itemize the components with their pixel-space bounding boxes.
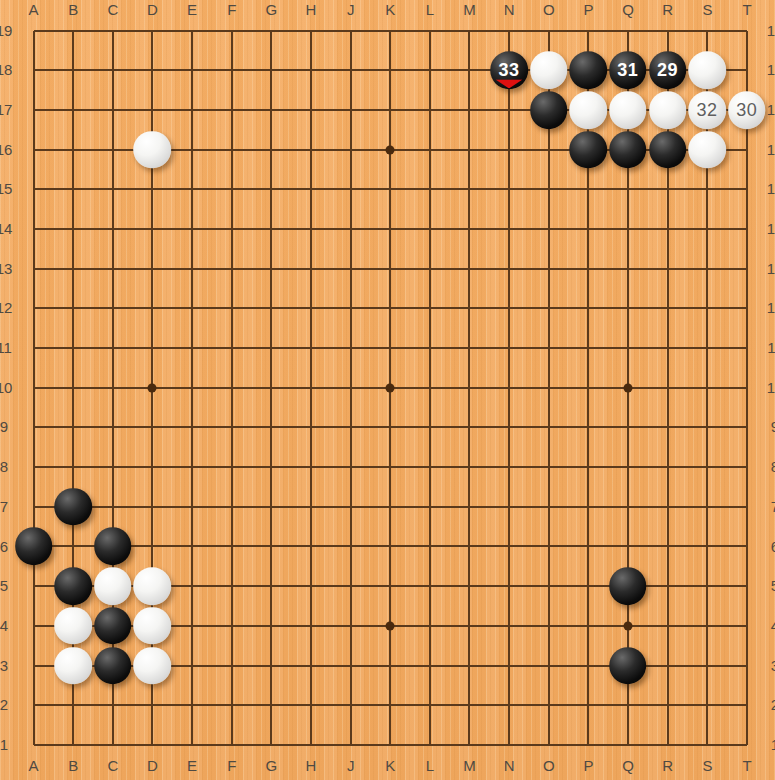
board-intersection-J17[interactable]: [331, 90, 371, 130]
board-intersection-C16[interactable]: [93, 130, 133, 170]
board-intersection-P11[interactable]: [568, 328, 608, 368]
board-intersection-F18[interactable]: [212, 50, 252, 90]
board-intersection-M8[interactable]: [450, 447, 490, 487]
board-intersection-E5[interactable]: [172, 566, 212, 606]
board-intersection-K18[interactable]: [370, 50, 410, 90]
board-intersection-K15[interactable]: [370, 169, 410, 209]
board-intersection-N6[interactable]: [489, 527, 529, 567]
board-intersection-B12[interactable]: [53, 289, 93, 329]
board-intersection-C7[interactable]: [93, 487, 133, 527]
board-intersection-Q13[interactable]: [608, 249, 648, 289]
board-intersection-P8[interactable]: [568, 447, 608, 487]
board-intersection-L12[interactable]: [410, 289, 450, 329]
board-intersection-K4[interactable]: [370, 606, 410, 646]
board-intersection-M18[interactable]: [450, 50, 490, 90]
board-intersection-P12[interactable]: [568, 289, 608, 329]
board-intersection-N13[interactable]: [489, 249, 529, 289]
board-intersection-C5[interactable]: [93, 566, 133, 606]
board-intersection-R6[interactable]: [648, 527, 688, 567]
board-intersection-L4[interactable]: [410, 606, 450, 646]
board-intersection-N12[interactable]: [489, 289, 529, 329]
board-intersection-D17[interactable]: [133, 90, 173, 130]
board-intersection-L13[interactable]: [410, 249, 450, 289]
board-intersection-G8[interactable]: [251, 447, 291, 487]
board-intersection-P16[interactable]: [568, 130, 608, 170]
grid-line-vertical: [231, 130, 233, 170]
board-intersection-R2[interactable]: [648, 685, 688, 725]
board-intersection-M16[interactable]: [450, 130, 490, 170]
board-intersection-L9[interactable]: [410, 408, 450, 448]
board-intersection-C8[interactable]: [93, 447, 133, 487]
board-intersection-L14[interactable]: [410, 209, 450, 249]
board-intersection-S13[interactable]: [687, 249, 727, 289]
board-intersection-A6[interactable]: [14, 527, 54, 567]
board-intersection-D15[interactable]: [133, 169, 173, 209]
board-intersection-D16[interactable]: [133, 130, 173, 170]
board-intersection-E15[interactable]: [172, 169, 212, 209]
board-intersection-E7[interactable]: [172, 487, 212, 527]
board-intersection-R12[interactable]: [648, 289, 688, 329]
board-intersection-M6[interactable]: [450, 527, 490, 567]
board-intersection-R14[interactable]: [648, 209, 688, 249]
board-intersection-G16[interactable]: [251, 130, 291, 170]
board-intersection-L2[interactable]: [410, 685, 450, 725]
board-intersection-D10[interactable]: [133, 368, 173, 408]
board-intersection-C13[interactable]: [93, 249, 133, 289]
grid-line-vertical: [231, 90, 233, 130]
board-intersection-L17[interactable]: [410, 90, 450, 130]
board-intersection-K6[interactable]: [370, 527, 410, 567]
board-intersection-B16[interactable]: [53, 130, 93, 170]
board-intersection-Q18[interactable]: 31: [608, 50, 648, 90]
board-intersection-B2[interactable]: [53, 685, 93, 725]
board-intersection-B10[interactable]: [53, 368, 93, 408]
board-intersection-B17[interactable]: [53, 90, 93, 130]
board-intersection-O5[interactable]: [529, 566, 569, 606]
board-intersection-S10[interactable]: [687, 368, 727, 408]
board-intersection-L10[interactable]: [410, 368, 450, 408]
board-intersection-F7[interactable]: [212, 487, 252, 527]
board-intersection-L18[interactable]: [410, 50, 450, 90]
board-intersection-J3[interactable]: [331, 646, 371, 686]
board-intersection-E12[interactable]: [172, 289, 212, 329]
board-intersection-H10[interactable]: [291, 368, 331, 408]
board-intersection-O13[interactable]: [529, 249, 569, 289]
board-intersection-S18[interactable]: [687, 50, 727, 90]
board-intersection-H9[interactable]: [291, 408, 331, 448]
board-intersection-O15[interactable]: [529, 169, 569, 209]
board-intersection-K3[interactable]: [370, 646, 410, 686]
board-intersection-F14[interactable]: [212, 209, 252, 249]
board-intersection-S4[interactable]: [687, 606, 727, 646]
board-intersection-B5[interactable]: [53, 566, 93, 606]
board-intersection-B15[interactable]: [53, 169, 93, 209]
board-intersection-E9[interactable]: [172, 408, 212, 448]
board-intersection-J16[interactable]: [331, 130, 371, 170]
board-intersection-H17[interactable]: [291, 90, 331, 130]
board-intersection-S16[interactable]: [687, 130, 727, 170]
board-intersection-F8[interactable]: [212, 447, 252, 487]
board-intersection-O3[interactable]: [529, 646, 569, 686]
board-intersection-O16[interactable]: [529, 130, 569, 170]
board-intersection-Q10[interactable]: [608, 368, 648, 408]
board-intersection-O14[interactable]: [529, 209, 569, 249]
board-intersection-M5[interactable]: [450, 566, 490, 606]
board-intersection-C6[interactable]: [93, 527, 133, 567]
board-intersection-B7[interactable]: [53, 487, 93, 527]
board-intersection-F13[interactable]: [212, 249, 252, 289]
board-intersection-F12[interactable]: [212, 289, 252, 329]
board-intersection-H13[interactable]: [291, 249, 331, 289]
board-intersection-P5[interactable]: [568, 566, 608, 606]
board-intersection-R7[interactable]: [648, 487, 688, 527]
board-intersection-L16[interactable]: [410, 130, 450, 170]
board-intersection-E16[interactable]: [172, 130, 212, 170]
board-intersection-D9[interactable]: [133, 408, 173, 448]
board-intersection-F9[interactable]: [212, 408, 252, 448]
board-intersection-O7[interactable]: [529, 487, 569, 527]
board-intersection-D11[interactable]: [133, 328, 173, 368]
board-intersection-H3[interactable]: [291, 646, 331, 686]
board-intersection-P7[interactable]: [568, 487, 608, 527]
board-intersection-R16[interactable]: [648, 130, 688, 170]
board-intersection-G12[interactable]: [251, 289, 291, 329]
board-intersection-D3[interactable]: [133, 646, 173, 686]
board-intersection-G9[interactable]: [251, 408, 291, 448]
board-intersection-S5[interactable]: [687, 566, 727, 606]
board-intersection-B13[interactable]: [53, 249, 93, 289]
board-intersection-S8[interactable]: [687, 447, 727, 487]
board-intersection-O11[interactable]: [529, 328, 569, 368]
board-intersection-H11[interactable]: [291, 328, 331, 368]
board-intersection-D13[interactable]: [133, 249, 173, 289]
board-intersection-N11[interactable]: [489, 328, 529, 368]
board-intersection-N7[interactable]: [489, 487, 529, 527]
board-intersection-N16[interactable]: [489, 130, 529, 170]
board-intersection-P13[interactable]: [568, 249, 608, 289]
board-intersection-D2[interactable]: [133, 685, 173, 725]
board-intersection-Q14[interactable]: [608, 209, 648, 249]
board-intersection-P17[interactable]: [568, 90, 608, 130]
board-intersection-Q7[interactable]: [608, 487, 648, 527]
board-intersection-Q17[interactable]: [608, 90, 648, 130]
board-intersection-K10[interactable]: [370, 368, 410, 408]
board-intersection-H12[interactable]: [291, 289, 331, 329]
board-intersection-F17[interactable]: [212, 90, 252, 130]
board-intersection-P10[interactable]: [568, 368, 608, 408]
board-intersection-L8[interactable]: [410, 447, 450, 487]
board-intersection-S9[interactable]: [687, 408, 727, 448]
grid-line-horizontal: [34, 665, 54, 667]
grid-line-vertical: [548, 31, 550, 51]
board-intersection-Q11[interactable]: [608, 328, 648, 368]
board-intersection-M12[interactable]: [450, 289, 490, 329]
board-intersection-L3[interactable]: [410, 646, 450, 686]
board-intersection-L5[interactable]: [410, 566, 450, 606]
board-intersection-H14[interactable]: [291, 209, 331, 249]
board-intersection-H4[interactable]: [291, 606, 331, 646]
board-intersection-D12[interactable]: [133, 289, 173, 329]
board-intersection-P6[interactable]: [568, 527, 608, 567]
grid-line-vertical: [746, 527, 748, 567]
board-intersection-N9[interactable]: [489, 408, 529, 448]
board-intersection-L15[interactable]: [410, 169, 450, 209]
board-intersection-E6[interactable]: [172, 527, 212, 567]
board-intersection-S14[interactable]: [687, 209, 727, 249]
board-intersection-K9[interactable]: [370, 408, 410, 448]
board-intersection-E14[interactable]: [172, 209, 212, 249]
board-intersection-J7[interactable]: [331, 487, 371, 527]
board-intersection-E2[interactable]: [172, 685, 212, 725]
board-intersection-F4[interactable]: [212, 606, 252, 646]
coordinate-right-7: 7: [755, 497, 775, 517]
board-intersection-P9[interactable]: [568, 408, 608, 448]
board-intersection-D14[interactable]: [133, 209, 173, 249]
board-intersection-F6[interactable]: [212, 527, 252, 567]
board-intersection-G6[interactable]: [251, 527, 291, 567]
board-intersection-Q8[interactable]: [608, 447, 648, 487]
board-intersection-M14[interactable]: [450, 209, 490, 249]
board-intersection-O2[interactable]: [529, 685, 569, 725]
board-intersection-R10[interactable]: [648, 368, 688, 408]
board-intersection-F10[interactable]: [212, 368, 252, 408]
board-intersection-M13[interactable]: [450, 249, 490, 289]
board-intersection-L7[interactable]: [410, 487, 450, 527]
board-intersection-M7[interactable]: [450, 487, 490, 527]
board-intersection-P14[interactable]: [568, 209, 608, 249]
board-intersection-G7[interactable]: [251, 487, 291, 527]
board-intersection-G13[interactable]: [251, 249, 291, 289]
board-intersection-B4[interactable]: [53, 606, 93, 646]
board-intersection-K2[interactable]: [370, 685, 410, 725]
board-intersection-P15[interactable]: [568, 169, 608, 209]
board-intersection-S11[interactable]: [687, 328, 727, 368]
board-intersection-J8[interactable]: [331, 447, 371, 487]
board-intersection-C10[interactable]: [93, 368, 133, 408]
board-intersection-B18[interactable]: [53, 50, 93, 90]
board-intersection-C12[interactable]: [93, 289, 133, 329]
board-intersection-O12[interactable]: [529, 289, 569, 329]
board-intersection-S6[interactable]: [687, 527, 727, 567]
board-intersection-E8[interactable]: [172, 447, 212, 487]
board-intersection-R4[interactable]: [648, 606, 688, 646]
board-intersection-J14[interactable]: [331, 209, 371, 249]
board-intersection-K8[interactable]: [370, 447, 410, 487]
board-intersection-P2[interactable]: [568, 685, 608, 725]
board-intersection-Q15[interactable]: [608, 169, 648, 209]
board-intersection-K5[interactable]: [370, 566, 410, 606]
board-intersection-C18[interactable]: [93, 50, 133, 90]
board-intersection-J2[interactable]: [331, 685, 371, 725]
grid-line-vertical: [746, 130, 748, 170]
board-intersection-O17[interactable]: [529, 90, 569, 130]
board-intersection-F2[interactable]: [212, 685, 252, 725]
board-intersection-N3[interactable]: [489, 646, 529, 686]
board-intersection-Q3[interactable]: [608, 646, 648, 686]
board-intersection-S3[interactable]: [687, 646, 727, 686]
board-intersection-B3[interactable]: [53, 646, 93, 686]
board-intersection-N5[interactable]: [489, 566, 529, 606]
board-intersection-C14[interactable]: [93, 209, 133, 249]
board-intersection-L6[interactable]: [410, 527, 450, 567]
board-intersection-C4[interactable]: [93, 606, 133, 646]
board-intersection-K14[interactable]: [370, 209, 410, 249]
board-intersection-S12[interactable]: [687, 289, 727, 329]
board-intersection-G10[interactable]: [251, 368, 291, 408]
board-intersection-E3[interactable]: [172, 646, 212, 686]
board-intersection-R5[interactable]: [648, 566, 688, 606]
board-intersection-G4[interactable]: [251, 606, 291, 646]
board-intersection-R15[interactable]: [648, 169, 688, 209]
board-intersection-Q4[interactable]: [608, 606, 648, 646]
board-intersection-F5[interactable]: [212, 566, 252, 606]
board-intersection-S17[interactable]: 32: [687, 90, 727, 130]
board-intersection-N18[interactable]: 33: [489, 50, 529, 90]
board-intersection-S2[interactable]: [687, 685, 727, 725]
board-intersection-G17[interactable]: [251, 90, 291, 130]
board-intersection-R18[interactable]: 29: [648, 50, 688, 90]
board-intersection-D4[interactable]: [133, 606, 173, 646]
board-intersection-S7[interactable]: [687, 487, 727, 527]
board-intersection-G14[interactable]: [251, 209, 291, 249]
board-intersection-R17[interactable]: [648, 90, 688, 130]
board-intersection-R8[interactable]: [648, 447, 688, 487]
board-intersection-G11[interactable]: [251, 328, 291, 368]
board-intersection-O18[interactable]: [529, 50, 569, 90]
board-intersection-K7[interactable]: [370, 487, 410, 527]
board-intersection-J13[interactable]: [331, 249, 371, 289]
board-intersection-G15[interactable]: [251, 169, 291, 209]
board-intersection-Q5[interactable]: [608, 566, 648, 606]
board-intersection-E17[interactable]: [172, 90, 212, 130]
board-intersection-Q12[interactable]: [608, 289, 648, 329]
board-intersection-E18[interactable]: [172, 50, 212, 90]
board-intersection-F3[interactable]: [212, 646, 252, 686]
board-intersection-H15[interactable]: [291, 169, 331, 209]
board-intersection-R11[interactable]: [648, 328, 688, 368]
board-intersection-P18[interactable]: [568, 50, 608, 90]
board-intersection-B14[interactable]: [53, 209, 93, 249]
board-intersection-E13[interactable]: [172, 249, 212, 289]
board-intersection-P4[interactable]: [568, 606, 608, 646]
board-intersection-S15[interactable]: [687, 169, 727, 209]
board-intersection-C2[interactable]: [93, 685, 133, 725]
board-intersection-T17[interactable]: 30: [727, 90, 767, 130]
board-intersection-M17[interactable]: [450, 90, 490, 130]
board-intersection-M10[interactable]: [450, 368, 490, 408]
board-intersection-E11[interactable]: [172, 328, 212, 368]
board-intersection-C17[interactable]: [93, 90, 133, 130]
board-intersection-B9[interactable]: [53, 408, 93, 448]
board-intersection-N14[interactable]: [489, 209, 529, 249]
board-intersection-H6[interactable]: [291, 527, 331, 567]
board-intersection-N17[interactable]: [489, 90, 529, 130]
board-intersection-N10[interactable]: [489, 368, 529, 408]
board-intersection-K11[interactable]: [370, 328, 410, 368]
board-intersection-M15[interactable]: [450, 169, 490, 209]
board-intersection-K17[interactable]: [370, 90, 410, 130]
board-intersection-D8[interactable]: [133, 447, 173, 487]
board-intersection-D7[interactable]: [133, 487, 173, 527]
board-intersection-J4[interactable]: [331, 606, 371, 646]
board-intersection-C15[interactable]: [93, 169, 133, 209]
board-intersection-O9[interactable]: [529, 408, 569, 448]
board-intersection-H7[interactable]: [291, 487, 331, 527]
board-intersection-D5[interactable]: [133, 566, 173, 606]
board-intersection-G18[interactable]: [251, 50, 291, 90]
board-intersection-N2[interactable]: [489, 685, 529, 725]
board-intersection-Q16[interactable]: [608, 130, 648, 170]
board-intersection-M11[interactable]: [450, 328, 490, 368]
board-intersection-F15[interactable]: [212, 169, 252, 209]
board-intersection-O6[interactable]: [529, 527, 569, 567]
board-intersection-R9[interactable]: [648, 408, 688, 448]
board-intersection-C9[interactable]: [93, 408, 133, 448]
board-intersection-F16[interactable]: [212, 130, 252, 170]
board-intersection-M3[interactable]: [450, 646, 490, 686]
board-intersection-O4[interactable]: [529, 606, 569, 646]
board-intersection-H2[interactable]: [291, 685, 331, 725]
board-intersection-J9[interactable]: [331, 408, 371, 448]
board-intersection-L11[interactable]: [410, 328, 450, 368]
board-intersection-R3[interactable]: [648, 646, 688, 686]
board-intersection-K16[interactable]: [370, 130, 410, 170]
board-intersection-J11[interactable]: [331, 328, 371, 368]
board-intersection-D6[interactable]: [133, 527, 173, 567]
board-intersection-G3[interactable]: [251, 646, 291, 686]
board-intersection-O8[interactable]: [529, 447, 569, 487]
board-intersection-B8[interactable]: [53, 447, 93, 487]
board-intersection-H16[interactable]: [291, 130, 331, 170]
board-intersection-M4[interactable]: [450, 606, 490, 646]
board-intersection-N8[interactable]: [489, 447, 529, 487]
board-intersection-C3[interactable]: [93, 646, 133, 686]
board-intersection-M9[interactable]: [450, 408, 490, 448]
board-intersection-K13[interactable]: [370, 249, 410, 289]
grid-line-horizontal: [34, 109, 54, 111]
board-intersection-J15[interactable]: [331, 169, 371, 209]
board-intersection-M2[interactable]: [450, 685, 490, 725]
board-intersection-O10[interactable]: [529, 368, 569, 408]
board-intersection-B6[interactable]: [53, 527, 93, 567]
board-intersection-D18[interactable]: [133, 50, 173, 90]
board-intersection-Q9[interactable]: [608, 408, 648, 448]
board-intersection-N4[interactable]: [489, 606, 529, 646]
board-intersection-K12[interactable]: [370, 289, 410, 329]
board-intersection-C11[interactable]: [93, 328, 133, 368]
board-intersection-F11[interactable]: [212, 328, 252, 368]
board-intersection-H8[interactable]: [291, 447, 331, 487]
board-intersection-H18[interactable]: [291, 50, 331, 90]
board-intersection-J5[interactable]: [331, 566, 371, 606]
board-intersection-J10[interactable]: [331, 368, 371, 408]
board-intersection-J18[interactable]: [331, 50, 371, 90]
board-intersection-Q2[interactable]: [608, 685, 648, 725]
board-intersection-E4[interactable]: [172, 606, 212, 646]
board-intersection-G5[interactable]: [251, 566, 291, 606]
board-intersection-H5[interactable]: [291, 566, 331, 606]
board-intersection-Q6[interactable]: [608, 527, 648, 567]
board-intersection-J12[interactable]: [331, 289, 371, 329]
board-intersection-G2[interactable]: [251, 685, 291, 725]
board-intersection-E10[interactable]: [172, 368, 212, 408]
board-intersection-R13[interactable]: [648, 249, 688, 289]
coordinate-top-B: B: [53, 0, 93, 19]
board-intersection-N15[interactable]: [489, 169, 529, 209]
board-intersection-B11[interactable]: [53, 328, 93, 368]
board-intersection-J6[interactable]: [331, 527, 371, 567]
board-intersection-P3[interactable]: [568, 646, 608, 686]
